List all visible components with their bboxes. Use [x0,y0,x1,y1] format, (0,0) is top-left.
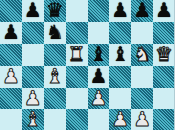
white-knight[interactable]: ♞ [133,43,151,65]
black-queen[interactable]: ♛ [46,0,64,21]
square-r3c7[interactable]: ♞ [131,44,153,66]
square-r4c4[interactable] [66,66,88,88]
square-r6c4[interactable] [66,109,88,130]
square-r1c5[interactable] [88,0,110,22]
square-r1c2[interactable]: ♟ [22,0,44,22]
square-r6c7[interactable]: ♟ [131,109,153,130]
square-r1c8[interactable]: ♟ [153,0,175,22]
square-r3c8[interactable]: ♛ [153,44,175,66]
square-r6c6[interactable]: ♟ [109,109,131,130]
square-r6c3[interactable] [44,109,66,130]
square-r4c3[interactable]: ♝ [44,66,66,88]
square-r6c8[interactable] [153,109,175,130]
square-r3c4[interactable]: ♜ [66,44,88,66]
square-r4c7[interactable] [131,66,153,88]
black-bishop[interactable]: ♝ [89,43,107,65]
square-r2c1[interactable]: ♟ [0,22,22,44]
square-r4c1[interactable]: ♟ [0,66,22,88]
white-pawn[interactable]: ♟ [111,109,129,130]
white-pawn[interactable]: ♟ [133,109,151,130]
square-r5c3[interactable] [44,88,66,110]
black-pawn[interactable]: ♟ [133,0,151,21]
square-r1c6[interactable]: ♟ [109,0,131,22]
square-r4c6[interactable] [109,66,131,88]
white-bishop[interactable]: ♝ [24,109,42,130]
black-knight[interactable]: ♞ [46,21,64,43]
square-r3c2[interactable] [22,44,44,66]
square-r2c2[interactable] [22,22,44,44]
square-r2c3[interactable]: ♞ [44,22,66,44]
black-bishop[interactable]: ♝ [111,43,129,65]
white-bishop[interactable]: ♝ [46,65,64,87]
white-pawn[interactable]: ♟ [2,65,20,87]
black-pawn[interactable]: ♟ [89,65,107,87]
square-r6c1[interactable] [0,109,22,130]
square-r1c4[interactable] [66,0,88,22]
white-pawn[interactable]: ♟ [24,87,42,109]
square-r6c2[interactable]: ♝ [22,109,44,130]
white-pawn[interactable]: ♟ [89,87,107,109]
square-r5c5[interactable]: ♟ [88,88,110,110]
black-pawn[interactable]: ♟ [155,0,173,21]
square-r5c1[interactable] [0,88,22,110]
square-r3c6[interactable]: ♝ [109,44,131,66]
black-pawn[interactable]: ♟ [24,0,42,21]
square-r5c4[interactable] [66,88,88,110]
square-r5c8[interactable] [153,88,175,110]
black-pawn[interactable]: ♟ [111,0,129,21]
white-rook[interactable]: ♜ [68,43,86,65]
white-queen[interactable]: ♛ [155,43,173,65]
black-pawn[interactable]: ♟ [2,21,20,43]
square-r6c5[interactable] [88,109,110,130]
square-r1c7[interactable]: ♟ [131,0,153,22]
square-r4c8[interactable] [153,66,175,88]
chess-board: ♟♛♟♟♟♟♞♜♝♝♞♛♟♝♟♟♟♝♟♟ [0,0,175,130]
